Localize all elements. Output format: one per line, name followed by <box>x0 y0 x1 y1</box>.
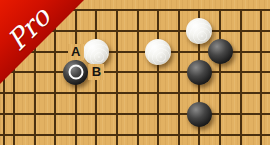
board-grid-line <box>0 92 270 94</box>
board-grid-line <box>0 134 270 136</box>
white-stone <box>186 18 212 44</box>
black-stone-marked <box>63 60 88 85</box>
black-stone <box>208 39 233 64</box>
move-option-b[interactable]: B <box>88 64 104 80</box>
white-stone <box>83 39 109 65</box>
white-stone <box>145 39 171 65</box>
move-option-a[interactable]: A <box>68 44 84 60</box>
black-stone <box>187 102 212 127</box>
board-grid-line <box>0 113 270 115</box>
black-stone <box>187 60 212 85</box>
go-app-screenshot: AB Pro <box>0 0 270 145</box>
last-move-circle-marker <box>68 65 83 80</box>
board-grid-line <box>0 71 270 73</box>
